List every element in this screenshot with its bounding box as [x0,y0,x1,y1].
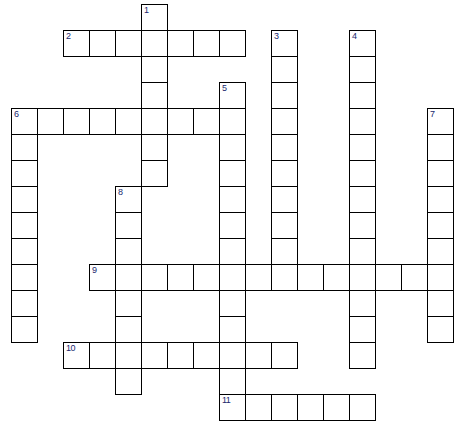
grid-cell[interactable] [323,394,350,421]
grid-cell[interactable] [427,186,454,213]
clue-number: 3 [274,32,279,41]
grid-cell[interactable] [193,108,220,135]
grid-cell[interactable] [11,160,38,187]
grid-cell[interactable] [245,342,272,369]
grid-cell[interactable] [427,134,454,161]
grid-cell[interactable] [167,264,194,291]
grid-cell[interactable] [271,56,298,83]
grid-cell[interactable] [167,342,194,369]
grid-cell[interactable] [219,30,246,57]
grid-cell[interactable] [349,394,376,421]
grid-cell[interactable] [427,264,454,291]
clue-number: 7 [430,110,435,119]
grid-cell[interactable] [141,160,168,187]
grid-cell[interactable] [349,264,376,291]
grid-cell[interactable]: 9 [89,264,116,291]
grid-cell[interactable] [271,82,298,109]
grid-cell[interactable] [11,212,38,239]
grid-cell[interactable]: 5 [219,82,246,109]
grid-cell[interactable] [219,212,246,239]
grid-cell[interactable] [11,290,38,317]
grid-cell[interactable]: 7 [427,108,454,135]
grid-cell[interactable] [219,316,246,343]
clue-number: 10 [66,344,75,353]
grid-cell[interactable] [271,212,298,239]
crossword-grid: 1234567891011 [11,4,453,420]
grid-cell[interactable] [245,394,272,421]
grid-cell[interactable] [323,264,350,291]
grid-cell[interactable] [37,108,64,135]
grid-cell[interactable] [349,108,376,135]
grid-cell[interactable] [115,108,142,135]
grid-cell[interactable] [349,186,376,213]
grid-cell[interactable]: 2 [63,30,90,57]
grid-cell[interactable]: 1 [141,4,168,31]
grid-cell[interactable] [271,264,298,291]
grid-cell[interactable] [11,134,38,161]
grid-cell[interactable] [271,186,298,213]
grid-cell[interactable] [349,316,376,343]
clue-number: 11 [222,396,230,405]
clue-number: 5 [222,84,227,93]
grid-cell[interactable] [115,368,142,395]
grid-cell[interactable] [427,160,454,187]
grid-cell[interactable] [219,290,246,317]
grid-cell[interactable] [11,264,38,291]
grid-cell[interactable] [375,264,402,291]
grid-cell[interactable] [219,264,246,291]
clue-number: 8 [118,188,123,197]
grid-cell[interactable] [115,238,142,265]
grid-cell[interactable] [297,394,324,421]
grid-cell[interactable] [219,342,246,369]
grid-cell[interactable]: 11 [219,394,246,421]
grid-cell[interactable] [167,108,194,135]
grid-cell[interactable] [349,56,376,83]
clue-number: 4 [352,32,357,41]
grid-cell[interactable] [427,316,454,343]
grid-cell[interactable] [89,30,116,57]
grid-cell[interactable] [349,342,376,369]
grid-cell[interactable] [11,186,38,213]
grid-cell[interactable] [427,238,454,265]
grid-cell[interactable] [427,290,454,317]
grid-cell[interactable] [427,212,454,239]
grid-cell[interactable] [193,30,220,57]
crossword-page: { "game": "crossword", "board": { "rows"… [0,0,462,430]
clue-number: 1 [144,6,149,15]
clue-number: 2 [66,32,71,41]
grid-cell[interactable] [11,316,38,343]
grid-cell[interactable]: 6 [11,108,38,135]
grid-cell[interactable]: 8 [115,186,142,213]
grid-cell[interactable] [349,160,376,187]
grid-cell[interactable] [271,394,298,421]
grid-cell[interactable] [115,212,142,239]
grid-cell[interactable] [193,264,220,291]
grid-cell[interactable] [297,264,324,291]
grid-cell[interactable] [271,108,298,135]
grid-cell[interactable] [349,290,376,317]
grid-cell[interactable] [89,342,116,369]
clue-number: 6 [14,110,19,119]
grid-cell[interactable] [219,186,246,213]
grid-cell[interactable] [349,134,376,161]
clue-number: 9 [92,266,97,275]
grid-cell[interactable] [219,108,246,135]
grid-cell[interactable] [115,316,142,343]
grid-cell[interactable] [349,238,376,265]
grid-cell[interactable] [219,238,246,265]
grid-cell[interactable] [141,82,168,109]
grid-cell[interactable] [245,264,272,291]
grid-cell[interactable] [115,342,142,369]
grid-cell[interactable] [349,212,376,239]
grid-cell[interactable] [11,238,38,265]
grid-cell[interactable] [141,108,168,135]
grid-cell[interactable] [141,30,168,57]
grid-cell[interactable] [63,108,90,135]
grid-cell[interactable]: 10 [63,342,90,369]
grid-cell[interactable] [349,82,376,109]
grid-cell[interactable] [271,134,298,161]
grid-cell[interactable] [115,264,142,291]
grid-cell[interactable] [219,368,246,395]
grid-cell[interactable] [141,342,168,369]
grid-cell[interactable] [219,134,246,161]
grid-cell[interactable] [271,342,298,369]
grid-cell[interactable] [271,238,298,265]
grid-cell[interactable] [271,160,298,187]
grid-cell[interactable] [141,134,168,161]
grid-cell[interactable] [193,342,220,369]
grid-cell[interactable] [115,290,142,317]
grid-cell[interactable]: 3 [271,30,298,57]
grid-cell[interactable] [115,30,142,57]
grid-cell[interactable]: 4 [349,30,376,57]
grid-cell[interactable] [219,160,246,187]
grid-cell[interactable] [141,264,168,291]
grid-cell[interactable] [89,108,116,135]
grid-cell[interactable] [167,30,194,57]
grid-cell[interactable] [141,56,168,83]
grid-cell[interactable] [401,264,428,291]
